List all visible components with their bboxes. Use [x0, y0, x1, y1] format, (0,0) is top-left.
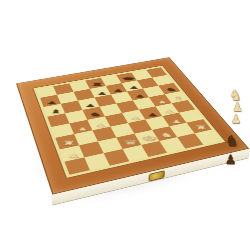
square-f3[interactable]: [145, 116, 169, 130]
square-g2[interactable]: [169, 123, 194, 137]
piece-white-P-e4[interactable]: ♟: [127, 116, 145, 120]
square-b2[interactable]: [79, 141, 104, 157]
square-h3[interactable]: [179, 109, 203, 122]
square-c4[interactable]: ♟: [87, 116, 110, 130]
piece-black-P-e7[interactable]: ♟: [110, 89, 127, 92]
piece-white-R-a3[interactable]: ♜: [59, 140, 79, 146]
piece-black-P-f7[interactable]: ♟: [126, 86, 143, 89]
piece-white-B-h5[interactable]: ♝: [169, 96, 187, 101]
square-b4[interactable]: ♟: [69, 120, 92, 134]
square-b3[interactable]: [74, 130, 98, 145]
square-d3[interactable]: [110, 123, 134, 137]
product-photo-wooden-chess-set: { "game": "chess", "scene": "overhead-an…: [0, 0, 250, 250]
piece-white-P-g3[interactable]: ♟: [167, 119, 186, 123]
square-h2[interactable]: ♜: [187, 119, 212, 133]
square-a1[interactable]: [64, 157, 89, 174]
square-c3[interactable]: [92, 127, 116, 142]
square-c2[interactable]: [98, 137, 123, 153]
piece-black-P-d7[interactable]: ♟: [93, 92, 110, 96]
piece-black-P-c6[interactable]: ♟: [81, 104, 99, 108]
square-a4[interactable]: [51, 123, 74, 137]
piece-black-P-a7[interactable]: ♟: [43, 101, 61, 105]
piece-black-R-d8[interactable]: ♜: [89, 82, 106, 86]
piece-black-B-a6[interactable]: ♝: [46, 109, 65, 114]
square-d1[interactable]: [123, 145, 149, 161]
square-a5[interactable]: [47, 113, 69, 127]
piece-white-K-e2[interactable]: ♚: [139, 135, 159, 141]
piece-white-P-c4[interactable]: ♟: [91, 123, 110, 127]
piece-white-P-g5[interactable]: ♟: [154, 100, 172, 104]
square-b1[interactable]: [84, 153, 110, 170]
square-c1[interactable]: [104, 149, 130, 166]
piece-white-R-h2[interactable]: ♜: [192, 125, 212, 130]
square-f1[interactable]: [159, 137, 185, 153]
square-e1[interactable]: [141, 141, 167, 157]
square-e3[interactable]: [128, 120, 152, 134]
square-f2[interactable]: ♞: [152, 126, 177, 141]
captured-black-P[interactable]: ♟: [211, 153, 250, 249]
piece-white-P-a2[interactable]: ♟: [64, 153, 85, 158]
piece-black-N-h6[interactable]: ♞: [163, 88, 180, 92]
piece-white-Q-d2[interactable]: ♛: [121, 139, 141, 146]
square-d2[interactable]: ♛: [116, 134, 141, 149]
piece-white-P-b4[interactable]: ♟: [73, 127, 92, 131]
piece-black-P-f4[interactable]: ♟: [144, 113, 162, 117]
piece-black-N-c5[interactable]: ♞: [86, 112, 104, 117]
piece-black-K-f8[interactable]: ♚: [120, 76, 136, 81]
square-g1[interactable]: [177, 133, 203, 148]
piece-white-P-g4[interactable]: ♟: [160, 110, 178, 114]
square-a2[interactable]: ♟: [60, 145, 84, 161]
piece-black-P-f6[interactable]: ♟: [131, 94, 148, 98]
piece-white-N-f2[interactable]: ♞: [157, 132, 177, 138]
square-a3[interactable]: ♜: [55, 134, 79, 149]
square-d4[interactable]: [105, 113, 128, 127]
square-g3[interactable]: ♟: [162, 113, 186, 127]
square-e2[interactable]: ♚: [134, 130, 159, 145]
